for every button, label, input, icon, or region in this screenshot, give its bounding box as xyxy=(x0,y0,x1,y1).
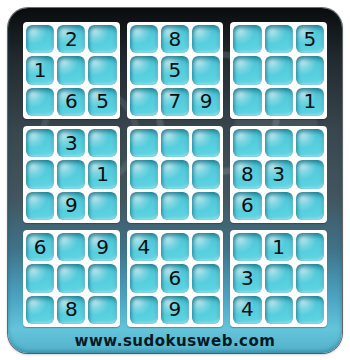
cell-r2c5[interactable]: 5 xyxy=(161,56,189,84)
box-5 xyxy=(127,126,224,223)
cell-r2c7[interactable] xyxy=(233,56,261,84)
cell-r3c9[interactable]: 1 xyxy=(296,88,324,116)
cell-r1c5[interactable]: 8 xyxy=(161,25,189,53)
cell-r4c8[interactable] xyxy=(265,129,293,157)
box-4: 319 xyxy=(23,126,120,223)
cell-r4c5[interactable] xyxy=(161,129,189,157)
cell-r7c4[interactable]: 4 xyxy=(130,233,158,261)
cell-r8c8[interactable] xyxy=(265,264,293,292)
cell-r7c8[interactable]: 1 xyxy=(265,233,293,261)
cell-r2c8[interactable] xyxy=(265,56,293,84)
cell-r6c7[interactable]: 6 xyxy=(233,192,261,220)
cell-r7c1[interactable]: 6 xyxy=(26,233,54,261)
cell-r3c4[interactable] xyxy=(130,88,158,116)
cell-r8c7[interactable]: 3 xyxy=(233,264,261,292)
box-6: 836 xyxy=(230,126,327,223)
cell-r5c6[interactable] xyxy=(192,160,220,188)
cell-r3c6[interactable]: 9 xyxy=(192,88,220,116)
cell-r6c4[interactable] xyxy=(130,192,158,220)
cell-r7c6[interactable] xyxy=(192,233,220,261)
cell-r3c1[interactable] xyxy=(26,88,54,116)
cell-r6c6[interactable] xyxy=(192,192,220,220)
cell-r7c5[interactable] xyxy=(161,233,189,261)
cell-r9c9[interactable] xyxy=(296,296,324,324)
cell-r1c4[interactable] xyxy=(130,25,158,53)
cell-r3c8[interactable] xyxy=(265,88,293,116)
cell-r3c2[interactable]: 6 xyxy=(57,88,85,116)
cell-r7c3[interactable]: 9 xyxy=(88,233,116,261)
cell-r2c3[interactable] xyxy=(88,56,116,84)
cell-r6c9[interactable] xyxy=(296,192,324,220)
cell-r8c9[interactable] xyxy=(296,264,324,292)
cell-r5c7[interactable]: 8 xyxy=(233,160,261,188)
cell-r2c4[interactable] xyxy=(130,56,158,84)
cell-r8c4[interactable] xyxy=(130,264,158,292)
box-2: 8579 xyxy=(127,22,224,119)
cell-r9c7[interactable]: 4 xyxy=(233,296,261,324)
cell-r4c2[interactable]: 3 xyxy=(57,129,85,157)
cell-r3c5[interactable]: 7 xyxy=(161,88,189,116)
cell-r5c4[interactable] xyxy=(130,160,158,188)
cell-r4c1[interactable] xyxy=(26,129,54,157)
cell-r4c3[interactable] xyxy=(88,129,116,157)
box-9: 134 xyxy=(230,230,327,327)
cell-r4c6[interactable] xyxy=(192,129,220,157)
cell-r2c2[interactable] xyxy=(57,56,85,84)
box-3: 51 xyxy=(230,22,327,119)
cell-r1c9[interactable]: 5 xyxy=(296,25,324,53)
cell-r6c2[interactable]: 9 xyxy=(57,192,85,220)
cell-r3c7[interactable] xyxy=(233,88,261,116)
cell-r4c7[interactable] xyxy=(233,129,261,157)
sudoku-page: 2165857951319836698469134 www.sudokusweb… xyxy=(0,0,350,360)
cell-r9c8[interactable] xyxy=(265,296,293,324)
cell-r2c1[interactable]: 1 xyxy=(26,56,54,84)
cell-r9c1[interactable] xyxy=(26,296,54,324)
cell-r2c9[interactable] xyxy=(296,56,324,84)
cell-r4c9[interactable] xyxy=(296,129,324,157)
cell-r8c3[interactable] xyxy=(88,264,116,292)
cell-r6c1[interactable] xyxy=(26,192,54,220)
cell-r1c3[interactable] xyxy=(88,25,116,53)
cell-r4c4[interactable] xyxy=(130,129,158,157)
cell-r6c3[interactable] xyxy=(88,192,116,220)
cell-r9c4[interactable] xyxy=(130,296,158,324)
cell-r8c2[interactable] xyxy=(57,264,85,292)
cell-r1c7[interactable] xyxy=(233,25,261,53)
cell-r6c5[interactable] xyxy=(161,192,189,220)
cell-r7c7[interactable] xyxy=(233,233,261,261)
cell-r8c6[interactable] xyxy=(192,264,220,292)
cell-r1c8[interactable] xyxy=(265,25,293,53)
cell-r7c2[interactable] xyxy=(57,233,85,261)
box-7: 698 xyxy=(23,230,120,327)
cell-r5c8[interactable]: 3 xyxy=(265,160,293,188)
sudoku-board: 2165857951319836698469134 xyxy=(23,22,327,327)
cell-r7c9[interactable] xyxy=(296,233,324,261)
cell-r8c5[interactable]: 6 xyxy=(161,264,189,292)
cell-r5c1[interactable] xyxy=(26,160,54,188)
cell-r9c5[interactable]: 9 xyxy=(161,296,189,324)
cell-r8c1[interactable] xyxy=(26,264,54,292)
cell-r5c5[interactable] xyxy=(161,160,189,188)
cell-r6c8[interactable] xyxy=(265,192,293,220)
box-1: 2165 xyxy=(23,22,120,119)
cell-r1c6[interactable] xyxy=(192,25,220,53)
cell-r1c2[interactable]: 2 xyxy=(57,25,85,53)
cell-r9c2[interactable]: 8 xyxy=(57,296,85,324)
cell-r5c2[interactable] xyxy=(57,160,85,188)
cell-r5c9[interactable] xyxy=(296,160,324,188)
box-8: 469 xyxy=(127,230,224,327)
cell-r1c1[interactable] xyxy=(26,25,54,53)
site-caption: www.sudokusweb.com xyxy=(8,329,342,353)
cell-r5c3[interactable]: 1 xyxy=(88,160,116,188)
cell-r9c6[interactable] xyxy=(192,296,220,324)
cell-r3c3[interactable]: 5 xyxy=(88,88,116,116)
cell-r2c6[interactable] xyxy=(192,56,220,84)
cell-r9c3[interactable] xyxy=(88,296,116,324)
sudoku-plaque: 2165857951319836698469134 www.sudokusweb… xyxy=(8,8,342,353)
